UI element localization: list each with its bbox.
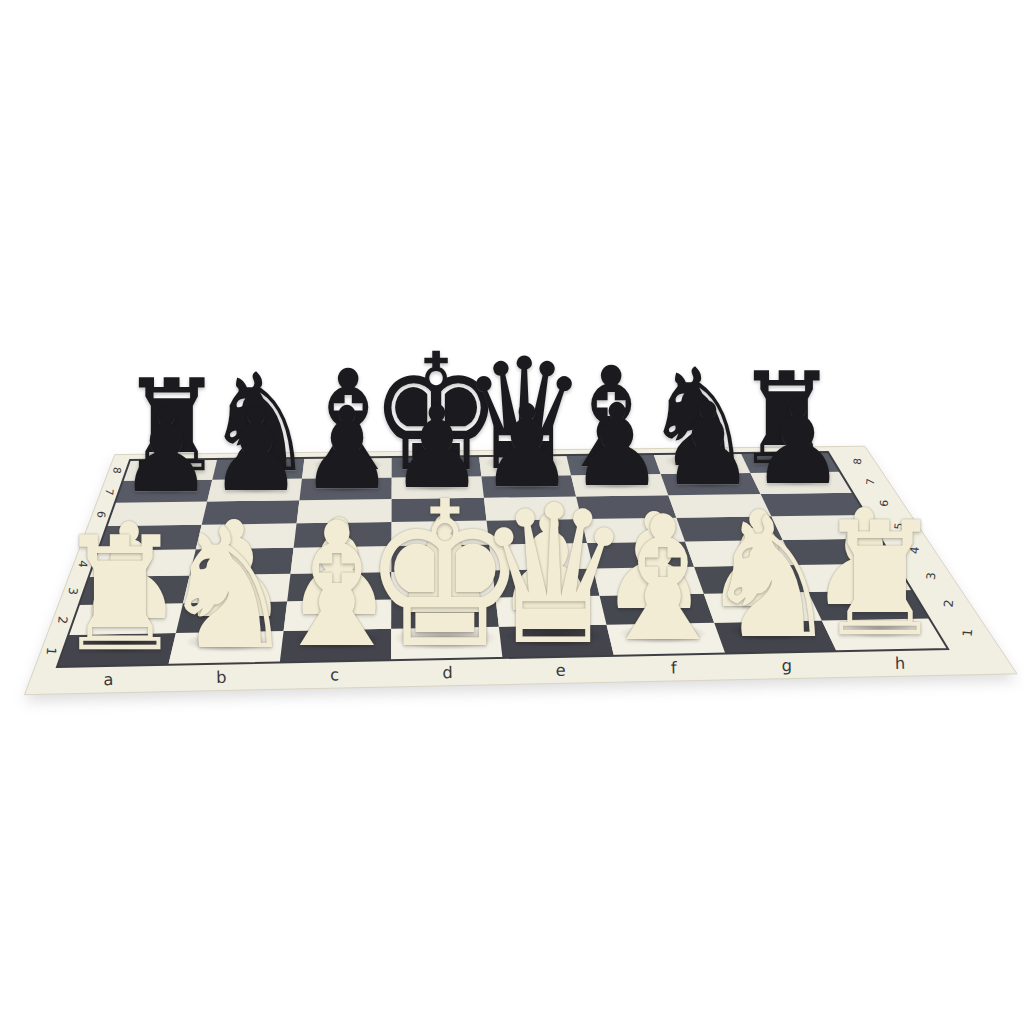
square-g7 bbox=[661, 473, 761, 495]
square-h3 bbox=[795, 563, 912, 592]
square-h7 bbox=[750, 472, 852, 494]
square-b3 bbox=[183, 574, 291, 604]
square-g1 bbox=[714, 621, 836, 654]
square-f6 bbox=[576, 495, 676, 519]
square-b1 bbox=[168, 631, 283, 665]
square-d3 bbox=[391, 570, 495, 599]
square-c8 bbox=[302, 457, 392, 479]
rank-label-left-3: 3 bbox=[66, 587, 81, 596]
square-b5 bbox=[196, 523, 297, 549]
rank-label-left-5: 5 bbox=[85, 534, 99, 542]
square-f5 bbox=[581, 518, 685, 543]
square-e3 bbox=[492, 569, 599, 598]
square-a8 bbox=[123, 459, 218, 481]
square-f3 bbox=[593, 567, 704, 596]
square-e8 bbox=[479, 455, 571, 476]
rank-label-right-6: 6 bbox=[878, 499, 892, 507]
square-g3 bbox=[694, 565, 808, 594]
rank-label-right-3: 3 bbox=[924, 572, 939, 581]
square-e4 bbox=[489, 543, 593, 570]
file-label-h: h bbox=[895, 654, 906, 673]
square-f4 bbox=[587, 542, 694, 569]
square-c5 bbox=[294, 522, 392, 548]
square-e5 bbox=[487, 519, 588, 545]
square-h5 bbox=[771, 515, 880, 540]
square-a2 bbox=[68, 603, 183, 635]
square-d1 bbox=[391, 627, 502, 661]
photo-scene: abcdefgh1122334455667788 ♜♞♝♚♛♝♞♜♟♟♟♟♟♟♟… bbox=[0, 0, 1024, 1024]
square-e2 bbox=[496, 596, 607, 627]
square-b4 bbox=[190, 548, 294, 576]
square-a1 bbox=[57, 633, 176, 667]
square-h2 bbox=[808, 590, 929, 621]
square-e7 bbox=[481, 475, 576, 498]
square-a3 bbox=[79, 575, 190, 605]
square-b8 bbox=[212, 458, 304, 480]
rank-label-left-8: 8 bbox=[111, 467, 124, 475]
square-g2 bbox=[704, 592, 822, 623]
square-d8 bbox=[392, 456, 482, 477]
square-h8 bbox=[741, 452, 840, 473]
chess-board: abcdefgh1122334455667788 bbox=[0, 0, 1024, 1024]
rank-label-left-4: 4 bbox=[76, 560, 91, 569]
square-h6 bbox=[761, 493, 867, 517]
file-label-b: b bbox=[216, 668, 227, 687]
square-h4 bbox=[783, 538, 896, 565]
square-d5 bbox=[392, 521, 490, 547]
square-b6 bbox=[202, 500, 300, 524]
rank-label-right-1: 1 bbox=[959, 628, 975, 637]
file-label-d: d bbox=[442, 663, 453, 682]
square-f7 bbox=[571, 474, 668, 497]
file-label-e: e bbox=[555, 661, 565, 680]
square-c1 bbox=[280, 629, 391, 663]
square-c3 bbox=[287, 572, 391, 601]
square-b2 bbox=[176, 601, 287, 633]
square-d7 bbox=[392, 476, 484, 499]
rank-label-left-2: 2 bbox=[55, 616, 71, 625]
square-a7 bbox=[115, 480, 212, 503]
square-a6 bbox=[107, 502, 208, 527]
square-c7 bbox=[299, 477, 391, 500]
square-h1 bbox=[822, 619, 948, 652]
rank-label-right-5: 5 bbox=[892, 522, 906, 530]
rank-label-right-2: 2 bbox=[941, 599, 957, 608]
rank-label-right-7: 7 bbox=[864, 478, 877, 486]
rank-label-right-4: 4 bbox=[907, 546, 922, 555]
square-g4 bbox=[685, 540, 795, 567]
square-f1 bbox=[607, 623, 726, 656]
square-g8 bbox=[654, 453, 751, 474]
rank-label-left-1: 1 bbox=[44, 646, 60, 655]
square-d2 bbox=[391, 598, 499, 629]
square-g5 bbox=[676, 516, 782, 541]
file-label-g: g bbox=[782, 656, 793, 675]
file-label-c: c bbox=[330, 665, 339, 684]
square-d4 bbox=[391, 545, 492, 572]
square-c4 bbox=[291, 546, 392, 574]
square-e6 bbox=[484, 497, 582, 521]
square-f2 bbox=[600, 594, 715, 625]
square-a4 bbox=[89, 549, 196, 577]
rank-label-right-8: 8 bbox=[851, 458, 864, 466]
square-c2 bbox=[284, 600, 392, 631]
square-b7 bbox=[207, 479, 302, 502]
rank-label-left-7: 7 bbox=[103, 488, 116, 496]
square-f8 bbox=[566, 454, 660, 475]
square-g6 bbox=[668, 494, 771, 518]
square-c6 bbox=[297, 499, 392, 523]
file-label-a: a bbox=[103, 670, 113, 689]
rank-label-left-6: 6 bbox=[94, 510, 108, 518]
square-e1 bbox=[499, 625, 614, 658]
square-d6 bbox=[392, 498, 487, 522]
square-a5 bbox=[98, 525, 202, 551]
